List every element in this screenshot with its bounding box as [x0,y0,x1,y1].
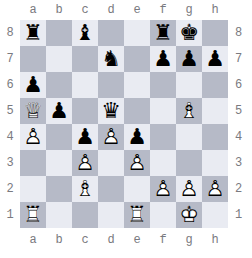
square-c1[interactable] [72,202,98,228]
square-a7[interactable] [20,46,46,72]
file-label-bottom-d: d [98,228,124,258]
square-e2[interactable] [124,176,150,202]
square-d8[interactable] [98,20,124,46]
square-f7[interactable]: ♟ [150,46,176,72]
rank-label-right-6: 6 [228,72,252,98]
rank-label-left-8: 8 [0,20,20,46]
file-label-top-b: b [46,0,72,20]
file-label-top-c: c [72,0,98,20]
square-h8[interactable] [202,20,228,46]
square-b8[interactable] [46,20,72,46]
file-label-top-e: e [124,0,150,20]
square-g2[interactable]: ♟♙ [176,176,202,202]
square-g3[interactable] [176,150,202,176]
square-h5[interactable] [202,98,228,124]
rank-label-left-3: 3 [0,150,20,176]
rank-label-left-2: 2 [0,176,20,202]
rank-label-left-4: 4 [0,124,20,150]
file-label-bottom-c: c [72,228,98,258]
white-queen[interactable]: ♛♕ [20,98,46,124]
square-a5[interactable]: ♛♕ [20,98,46,124]
square-g7[interactable]: ♟ [176,46,202,72]
black-pawn[interactable]: ♟ [20,72,46,98]
square-h4[interactable] [202,124,228,150]
file-label-bottom-f: f [150,228,176,258]
white-bishop[interactable]: ♝♗ [176,98,202,124]
file-label-top-h: h [202,0,228,20]
square-g6[interactable] [176,72,202,98]
square-c7[interactable] [72,46,98,72]
square-f6[interactable] [150,72,176,98]
rank-label-right-2: 2 [228,176,252,202]
white-pawn[interactable]: ♟♙ [202,176,228,202]
square-f4[interactable] [150,124,176,150]
square-f8[interactable]: ♜ [150,20,176,46]
square-e3[interactable]: ♟♙ [124,150,150,176]
square-e6[interactable] [124,72,150,98]
square-f3[interactable] [150,150,176,176]
white-pawn[interactable]: ♟♙ [150,176,176,202]
square-h1[interactable] [202,202,228,228]
square-d3[interactable] [98,150,124,176]
rank-label-right-8: 8 [228,20,252,46]
corner-top-left [0,0,20,20]
file-label-bottom-g: g [176,228,202,258]
square-a8[interactable]: ♜ [20,20,46,46]
chess-diagram: aabbccddeeffgghh8877665544332211♜♝♜♚♞♟♟♟… [0,0,252,258]
corner-bottom-right [228,228,252,258]
rank-label-right-1: 1 [228,202,252,228]
square-a4[interactable]: ♟♙ [20,124,46,150]
black-knight[interactable]: ♞ [98,46,124,72]
square-c4[interactable]: ♟ [72,124,98,150]
square-a6[interactable]: ♟ [20,72,46,98]
white-pawn[interactable]: ♟♙ [124,150,150,176]
corner-bottom-left [0,228,20,258]
square-h3[interactable] [202,150,228,176]
square-e7[interactable] [124,46,150,72]
square-e1[interactable]: ♜♖ [124,202,150,228]
black-pawn[interactable]: ♟ [72,124,98,150]
black-rook[interactable]: ♜ [20,20,46,46]
square-d7[interactable]: ♞ [98,46,124,72]
white-rook[interactable]: ♜♖ [20,202,46,228]
square-g5[interactable]: ♝♗ [176,98,202,124]
square-d6[interactable] [98,72,124,98]
square-h2[interactable]: ♟♙ [202,176,228,202]
black-pawn[interactable]: ♟ [124,124,150,150]
square-b1[interactable] [46,202,72,228]
square-c5[interactable] [72,98,98,124]
black-bishop[interactable]: ♝ [72,20,98,46]
square-g1[interactable]: ♚♔ [176,202,202,228]
square-f5[interactable] [150,98,176,124]
file-label-bottom-e: e [124,228,150,258]
rank-label-right-3: 3 [228,150,252,176]
square-d1[interactable] [98,202,124,228]
file-label-top-a: a [20,0,46,20]
square-a1[interactable]: ♜♖ [20,202,46,228]
white-king[interactable]: ♚♔ [176,202,202,228]
white-bishop[interactable]: ♝♗ [72,176,98,202]
square-e5[interactable] [124,98,150,124]
white-pawn[interactable]: ♟♙ [176,176,202,202]
square-c6[interactable] [72,72,98,98]
white-pawn[interactable]: ♟♙ [20,124,46,150]
rank-label-right-4: 4 [228,124,252,150]
square-d5[interactable]: ♛ [98,98,124,124]
square-c3[interactable]: ♟♙ [72,150,98,176]
black-rook[interactable]: ♜ [150,20,176,46]
black-pawn[interactable]: ♟ [46,98,72,124]
file-label-bottom-a: a [20,228,46,258]
square-h7[interactable]: ♟ [202,46,228,72]
rank-label-left-1: 1 [0,202,20,228]
square-d4[interactable]: ♟♙ [98,124,124,150]
rank-label-right-5: 5 [228,98,252,124]
white-pawn[interactable]: ♟♙ [72,150,98,176]
corner-top-right [228,0,252,20]
file-label-top-g: g [176,0,202,20]
square-e4[interactable]: ♟ [124,124,150,150]
rank-label-left-5: 5 [0,98,20,124]
square-a2[interactable] [20,176,46,202]
square-e8[interactable] [124,20,150,46]
file-label-bottom-h: h [202,228,228,258]
file-label-top-f: f [150,0,176,20]
white-pawn[interactable]: ♟♙ [98,124,124,150]
square-a3[interactable] [20,150,46,176]
square-b3[interactable] [46,150,72,176]
square-c8[interactable]: ♝ [72,20,98,46]
square-g4[interactable] [176,124,202,150]
square-f2[interactable]: ♟♙ [150,176,176,202]
black-queen[interactable]: ♛ [98,98,124,124]
square-b6[interactable] [46,72,72,98]
square-b2[interactable] [46,176,72,202]
square-f1[interactable] [150,202,176,228]
square-g8[interactable]: ♚ [176,20,202,46]
square-b4[interactable] [46,124,72,150]
square-d2[interactable] [98,176,124,202]
rank-label-right-7: 7 [228,46,252,72]
rank-label-left-7: 7 [0,46,20,72]
file-label-bottom-b: b [46,228,72,258]
white-rook[interactable]: ♜♖ [124,202,150,228]
square-b7[interactable] [46,46,72,72]
black-pawn[interactable]: ♟ [202,46,228,72]
square-c2[interactable]: ♝♗ [72,176,98,202]
square-h6[interactable] [202,72,228,98]
rank-label-left-6: 6 [0,72,20,98]
black-king[interactable]: ♚ [176,20,202,46]
black-pawn[interactable]: ♟ [150,46,176,72]
square-b5[interactable]: ♟ [46,98,72,124]
black-pawn[interactable]: ♟ [176,46,202,72]
file-label-top-d: d [98,0,124,20]
